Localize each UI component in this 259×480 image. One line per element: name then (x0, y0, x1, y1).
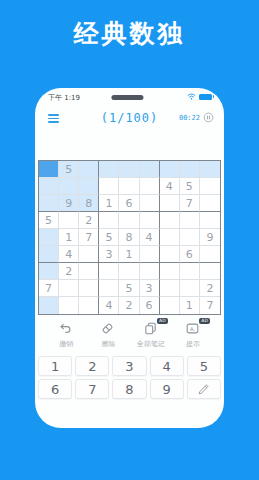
battery-icon (199, 94, 212, 100)
cell-r1c8[interactable] (180, 161, 200, 178)
cell-r1c7[interactable] (160, 161, 180, 178)
cell-r7c8[interactable] (180, 263, 200, 280)
phone-mockup: 下午 1:19 (1/100) 00:22 (35, 88, 224, 428)
cell-r4c4[interactable] (99, 212, 119, 229)
cell-r4c6[interactable] (140, 212, 160, 229)
sudoku-board: 545981675217584943162753242617 (38, 160, 221, 315)
cell-r6c2[interactable]: 4 (59, 246, 79, 263)
cell-r3c3[interactable]: 8 (79, 195, 99, 212)
undo-label: 撤销 (59, 339, 73, 349)
cell-r6c3[interactable] (79, 246, 99, 263)
hint-icon: A.AD (185, 321, 201, 337)
cell-r5c1[interactable] (39, 229, 59, 246)
cell-r4c9[interactable] (200, 212, 220, 229)
status-icons (187, 93, 212, 100)
cell-r9c4[interactable]: 4 (99, 297, 119, 314)
cell-r2c5[interactable] (119, 178, 139, 195)
cell-r6c4[interactable]: 3 (99, 246, 119, 263)
cell-r7c1[interactable] (39, 263, 59, 280)
status-time: 下午 1:19 (48, 93, 80, 103)
pause-button[interactable] (203, 112, 214, 123)
cell-r7c3[interactable] (79, 263, 99, 280)
cell-r1c6[interactable] (140, 161, 160, 178)
cell-r6c8[interactable]: 6 (180, 246, 200, 263)
cell-r4c1[interactable]: 5 (39, 212, 59, 229)
cell-r5c8[interactable] (180, 229, 200, 246)
screen: 经典数独 下午 1:19 (1/100) 00:22 (0, 0, 259, 480)
cell-r7c4[interactable] (99, 263, 119, 280)
numpad-key-3[interactable]: 3 (112, 356, 146, 376)
cell-r2c8[interactable]: 5 (180, 178, 200, 195)
cell-r4c7[interactable] (160, 212, 180, 229)
cell-r7c6[interactable] (140, 263, 160, 280)
cell-r2c7[interactable]: 4 (160, 178, 180, 195)
cell-r2c6[interactable] (140, 178, 160, 195)
cell-r3c8[interactable]: 7 (180, 195, 200, 212)
timer: 00:22 (179, 114, 200, 122)
cell-r2c4[interactable] (99, 178, 119, 195)
cell-r3c1[interactable] (39, 195, 59, 212)
cell-r5c7[interactable] (160, 229, 180, 246)
cell-r6c1[interactable] (39, 246, 59, 263)
cell-r9c5[interactable]: 2 (119, 297, 139, 314)
cell-r3c4[interactable]: 1 (99, 195, 119, 212)
numpad-key-4[interactable]: 4 (150, 356, 184, 376)
cell-r8c1[interactable]: 7 (39, 280, 59, 297)
cell-r8c8[interactable] (180, 280, 200, 297)
cell-r5c5[interactable]: 8 (119, 229, 139, 246)
cell-r9c9[interactable]: 7 (200, 297, 220, 314)
numpad-key-2[interactable]: 2 (75, 356, 109, 376)
cell-r1c9[interactable] (200, 161, 220, 178)
undo-icon (58, 321, 74, 337)
game-header: (1/100) 00:22 (35, 108, 224, 130)
cell-r2c9[interactable] (200, 178, 220, 195)
status-bar: 下午 1:19 (35, 92, 224, 104)
hint-button[interactable]: A.AD提示 (172, 321, 214, 353)
cell-r1c1[interactable] (39, 161, 59, 178)
cell-r8c3[interactable] (79, 280, 99, 297)
cell-r6c9[interactable] (200, 246, 220, 263)
cell-r1c4[interactable] (99, 161, 119, 178)
hint-label: 提示 (186, 339, 200, 349)
cell-r9c3[interactable] (79, 297, 99, 314)
erase-button[interactable]: 擦除 (87, 321, 129, 353)
cell-r9c7[interactable] (160, 297, 180, 314)
cell-r8c7[interactable] (160, 280, 180, 297)
erase-label: 擦除 (101, 339, 115, 349)
numpad-key-8[interactable]: 8 (112, 379, 146, 399)
cell-r3c5[interactable]: 6 (119, 195, 139, 212)
cell-r1c5[interactable] (119, 161, 139, 178)
cell-r8c2[interactable] (59, 280, 79, 297)
cell-r9c6[interactable]: 6 (140, 297, 160, 314)
cell-r7c2[interactable]: 2 (59, 263, 79, 280)
cell-r4c8[interactable] (180, 212, 200, 229)
notes-icon: AD (143, 321, 159, 337)
notes-button[interactable]: AD全部笔记 (130, 321, 172, 353)
cell-r1c2[interactable]: 5 (59, 161, 79, 178)
eraser-icon (100, 321, 116, 337)
cell-r7c5[interactable] (119, 263, 139, 280)
camera-dot-icon (138, 96, 141, 99)
cell-r6c5[interactable]: 1 (119, 246, 139, 263)
numpad-key-7[interactable]: 7 (75, 379, 109, 399)
cell-r3c6[interactable] (140, 195, 160, 212)
cell-r7c7[interactable] (160, 263, 180, 280)
cell-r6c6[interactable] (140, 246, 160, 263)
cell-r3c2[interactable]: 9 (59, 195, 79, 212)
app-title: 经典数独 (0, 16, 259, 52)
numpad-key-5[interactable]: 5 (187, 356, 221, 376)
cell-r9c1[interactable] (39, 297, 59, 314)
cell-r1c3[interactable] (79, 161, 99, 178)
notes-label: 全部笔记 (137, 339, 165, 349)
cell-r8c5[interactable]: 5 (119, 280, 139, 297)
numpad-key-6[interactable]: 6 (38, 379, 72, 399)
undo-button[interactable]: 撤销 (45, 321, 87, 353)
cell-r2c2[interactable] (59, 178, 79, 195)
cell-r2c3[interactable] (79, 178, 99, 195)
cell-r4c3[interactable]: 2 (79, 212, 99, 229)
wifi-icon (187, 93, 196, 100)
hint-badge: AD (199, 318, 210, 324)
cell-r5c2[interactable]: 1 (59, 229, 79, 246)
cell-r9c2[interactable] (59, 297, 79, 314)
cell-r5c3[interactable]: 7 (79, 229, 99, 246)
cell-r7c9[interactable] (200, 263, 220, 280)
cell-r6c7[interactable] (160, 246, 180, 263)
cell-r5c4[interactable]: 5 (99, 229, 119, 246)
cell-r8c9[interactable]: 2 (200, 280, 220, 297)
svg-text:A.: A. (190, 326, 196, 332)
notes-badge: AD (157, 318, 168, 324)
numpad-key-1[interactable]: 1 (38, 356, 72, 376)
pencil-button[interactable] (187, 379, 221, 399)
toolbar: 撤销擦除AD全部笔记A.AD提示 (45, 321, 214, 353)
cell-r4c2[interactable] (59, 212, 79, 229)
cell-r9c8[interactable]: 1 (180, 297, 200, 314)
cell-r3c9[interactable] (200, 195, 220, 212)
cell-r8c6[interactable]: 3 (140, 280, 160, 297)
cell-r5c6[interactable]: 4 (140, 229, 160, 246)
cell-r5c9[interactable]: 9 (200, 229, 220, 246)
cell-r8c4[interactable] (99, 280, 119, 297)
cell-r2c1[interactable] (39, 178, 59, 195)
cell-r3c7[interactable] (160, 195, 180, 212)
numpad-key-9[interactable]: 9 (150, 379, 184, 399)
cell-r4c5[interactable] (119, 212, 139, 229)
number-pad: 123456789 (38, 356, 221, 399)
